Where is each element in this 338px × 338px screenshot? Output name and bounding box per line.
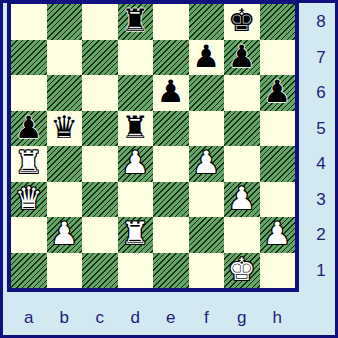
- square-d7[interactable]: [118, 40, 154, 76]
- square-c8[interactable]: [82, 4, 118, 40]
- square-a5[interactable]: ♟: [11, 111, 47, 147]
- square-g6[interactable]: [224, 75, 260, 111]
- piece-white-pawn: ♟: [228, 182, 256, 217]
- square-e1[interactable]: [153, 253, 189, 289]
- square-b4[interactable]: [47, 146, 83, 182]
- square-b6[interactable]: [47, 75, 83, 111]
- piece-black-rook: ♜: [121, 4, 149, 39]
- square-e2[interactable]: [153, 217, 189, 253]
- square-h5[interactable]: [260, 111, 296, 147]
- square-a6[interactable]: [11, 75, 47, 111]
- square-c2[interactable]: [82, 217, 118, 253]
- file-label-c: c: [82, 301, 118, 335]
- file-label-a: a: [11, 301, 47, 335]
- file-label-g: g: [224, 301, 260, 335]
- piece-black-king: ♚: [228, 4, 256, 39]
- piece-black-pawn: ♟: [263, 75, 291, 110]
- square-g7[interactable]: ♟: [224, 40, 260, 76]
- piece-black-pawn: ♟: [15, 111, 43, 146]
- square-b2[interactable]: ♟: [47, 217, 83, 253]
- square-f3[interactable]: [189, 182, 225, 218]
- square-c4[interactable]: [82, 146, 118, 182]
- piece-black-pawn: ♟: [157, 75, 185, 110]
- square-f5[interactable]: [189, 111, 225, 147]
- square-e7[interactable]: [153, 40, 189, 76]
- rank-label-5: 5: [308, 111, 334, 147]
- rank-label-7: 7: [308, 40, 334, 76]
- square-d8[interactable]: ♜: [118, 4, 154, 40]
- square-f8[interactable]: [189, 4, 225, 40]
- square-f7[interactable]: ♟: [189, 40, 225, 76]
- square-c3[interactable]: [82, 182, 118, 218]
- square-a8[interactable]: [11, 4, 47, 40]
- rank-label-6: 6: [308, 75, 334, 111]
- square-d1[interactable]: [118, 253, 154, 289]
- square-f2[interactable]: [189, 217, 225, 253]
- square-h1[interactable]: [260, 253, 296, 289]
- square-d5[interactable]: ♜: [118, 111, 154, 147]
- square-d4[interactable]: ♟: [118, 146, 154, 182]
- chess-board: ♜♚♟♟♟♟♟♛♜♜♟♟♛♟♟♜♟♚: [7, 0, 299, 292]
- piece-white-pawn: ♟: [121, 146, 149, 181]
- square-h8[interactable]: [260, 4, 296, 40]
- square-b5[interactable]: ♛: [47, 111, 83, 147]
- square-b7[interactable]: [47, 40, 83, 76]
- piece-white-rook: ♜: [15, 146, 43, 181]
- square-f1[interactable]: [189, 253, 225, 289]
- square-d3[interactable]: [118, 182, 154, 218]
- square-g1[interactable]: ♚: [224, 253, 260, 289]
- square-c6[interactable]: [82, 75, 118, 111]
- square-g3[interactable]: ♟: [224, 182, 260, 218]
- square-a2[interactable]: [11, 217, 47, 253]
- rank-label-2: 2: [308, 217, 334, 253]
- square-c7[interactable]: [82, 40, 118, 76]
- rank-label-3: 3: [308, 182, 334, 218]
- file-label-f: f: [189, 301, 225, 335]
- square-h4[interactable]: [260, 146, 296, 182]
- square-h6[interactable]: ♟: [260, 75, 296, 111]
- square-e5[interactable]: [153, 111, 189, 147]
- rank-label-1: 1: [308, 253, 334, 289]
- piece-white-pawn: ♟: [50, 217, 78, 252]
- square-a7[interactable]: [11, 40, 47, 76]
- square-h7[interactable]: [260, 40, 296, 76]
- piece-white-queen: ♛: [15, 182, 43, 217]
- square-d6[interactable]: [118, 75, 154, 111]
- square-g5[interactable]: [224, 111, 260, 147]
- square-a3[interactable]: ♛: [11, 182, 47, 218]
- square-g4[interactable]: [224, 146, 260, 182]
- square-g2[interactable]: [224, 217, 260, 253]
- square-c1[interactable]: [82, 253, 118, 289]
- square-b1[interactable]: [47, 253, 83, 289]
- square-f4[interactable]: ♟: [189, 146, 225, 182]
- rank-label-8: 8: [308, 4, 334, 40]
- square-g8[interactable]: ♚: [224, 4, 260, 40]
- file-label-d: d: [118, 301, 154, 335]
- piece-white-king: ♚: [228, 253, 256, 288]
- square-h2[interactable]: ♟: [260, 217, 296, 253]
- rank-label-4: 4: [308, 146, 334, 182]
- piece-black-pawn: ♟: [228, 40, 256, 75]
- chess-diagram: ♜♚♟♟♟♟♟♛♜♜♟♟♛♟♟♜♟♚ 87654321 abcdefgh: [0, 0, 338, 338]
- square-a4[interactable]: ♜: [11, 146, 47, 182]
- piece-white-pawn: ♟: [192, 146, 220, 181]
- file-label-b: b: [47, 301, 83, 335]
- square-a1[interactable]: [11, 253, 47, 289]
- square-e4[interactable]: [153, 146, 189, 182]
- file-label-e: e: [153, 301, 189, 335]
- piece-black-rook: ♜: [121, 111, 149, 146]
- square-e6[interactable]: ♟: [153, 75, 189, 111]
- square-f6[interactable]: [189, 75, 225, 111]
- square-e8[interactable]: [153, 4, 189, 40]
- square-h3[interactable]: [260, 182, 296, 218]
- square-e3[interactable]: [153, 182, 189, 218]
- piece-black-pawn: ♟: [192, 40, 220, 75]
- piece-white-pawn: ♟: [263, 217, 291, 252]
- file-label-h: h: [260, 301, 296, 335]
- square-b8[interactable]: [47, 4, 83, 40]
- square-d2[interactable]: ♜: [118, 217, 154, 253]
- piece-black-queen: ♛: [50, 111, 78, 146]
- square-c5[interactable]: [82, 111, 118, 147]
- piece-white-rook: ♜: [121, 217, 149, 252]
- square-b3[interactable]: [47, 182, 83, 218]
